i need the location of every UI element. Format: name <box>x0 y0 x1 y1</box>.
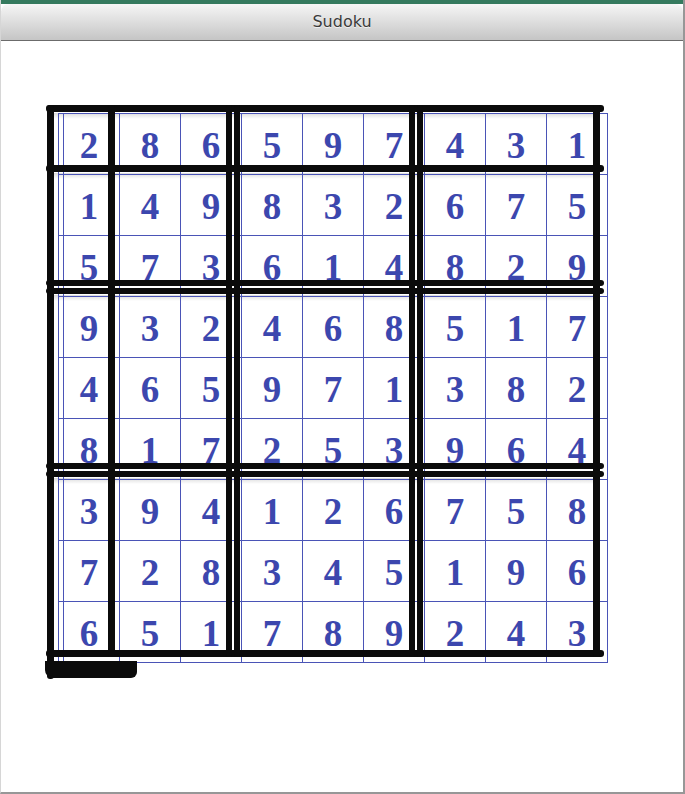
cell-r8c2[interactable]: 2 <box>120 541 181 602</box>
cell-r4c7[interactable]: 5 <box>425 297 486 358</box>
cell-r5c8[interactable]: 8 <box>486 358 547 419</box>
app-window: Sudoku 286597431149832675573614829932468… <box>0 0 685 794</box>
cell-r2c7[interactable]: 6 <box>425 175 486 236</box>
cell-r7c8[interactable]: 5 <box>486 480 547 541</box>
cell-r8c5[interactable]: 4 <box>303 541 364 602</box>
cell-r2c3[interactable]: 9 <box>181 175 242 236</box>
cell-r5c5[interactable]: 7 <box>303 358 364 419</box>
cell-r7c7[interactable]: 7 <box>425 480 486 541</box>
cell-r2c4[interactable]: 8 <box>242 175 303 236</box>
titlebar: Sudoku <box>1 3 683 41</box>
cell-r5c2[interactable]: 6 <box>120 358 181 419</box>
cell-r2c5[interactable]: 3 <box>303 175 364 236</box>
cell-r5c3[interactable]: 5 <box>181 358 242 419</box>
box-border-top <box>46 105 604 112</box>
box-border-after-row6-a <box>46 463 604 469</box>
box-border-after-row3-b <box>46 288 604 294</box>
cell-r7c4[interactable]: 1 <box>242 480 303 541</box>
box-border-after-row3-a <box>46 280 604 286</box>
box-border-left <box>47 105 54 679</box>
box-border-after-row6-b <box>46 471 604 477</box>
box-border-bottom-left-overhang <box>45 661 137 678</box>
cell-r4c5[interactable]: 6 <box>303 297 364 358</box>
cell-r8c8[interactable]: 9 <box>486 541 547 602</box>
cell-r4c4[interactable]: 4 <box>242 297 303 358</box>
cell-r8c3[interactable]: 8 <box>181 541 242 602</box>
box-border-after-col3-a <box>226 105 232 657</box>
box-border-after-row1 <box>46 165 604 172</box>
cell-r7c2[interactable]: 9 <box>120 480 181 541</box>
box-border-after-col3-b <box>234 105 240 657</box>
cell-r2c2[interactable]: 4 <box>120 175 181 236</box>
grid-line-duplicate <box>63 113 64 664</box>
cell-r4c3[interactable]: 2 <box>181 297 242 358</box>
box-border-after-col1 <box>108 105 115 657</box>
sudoku-grid: 2865974311498326755736148299324685174659… <box>58 113 608 663</box>
cell-r5c4[interactable]: 9 <box>242 358 303 419</box>
cell-r8c4[interactable]: 3 <box>242 541 303 602</box>
box-border-right <box>593 105 600 657</box>
cell-r2c8[interactable]: 7 <box>486 175 547 236</box>
cell-r7c3[interactable]: 4 <box>181 480 242 541</box>
cell-r7c5[interactable]: 2 <box>303 480 364 541</box>
cell-r7c6[interactable]: 6 <box>364 480 425 541</box>
cell-r2c6[interactable]: 2 <box>364 175 425 236</box>
cell-r5c6[interactable]: 1 <box>364 358 425 419</box>
cell-r4c8[interactable]: 1 <box>486 297 547 358</box>
box-border-after-col6-a <box>409 105 415 657</box>
top-green-strip <box>1 0 683 4</box>
box-border-bottom <box>46 650 604 657</box>
cell-r4c2[interactable]: 3 <box>120 297 181 358</box>
cell-r4c6[interactable]: 8 <box>364 297 425 358</box>
window-title: Sudoku <box>1 3 683 40</box>
cell-r8c6[interactable]: 5 <box>364 541 425 602</box>
cell-r5c7[interactable]: 3 <box>425 358 486 419</box>
cell-r8c7[interactable]: 1 <box>425 541 486 602</box>
box-border-after-col6-b <box>417 105 423 657</box>
